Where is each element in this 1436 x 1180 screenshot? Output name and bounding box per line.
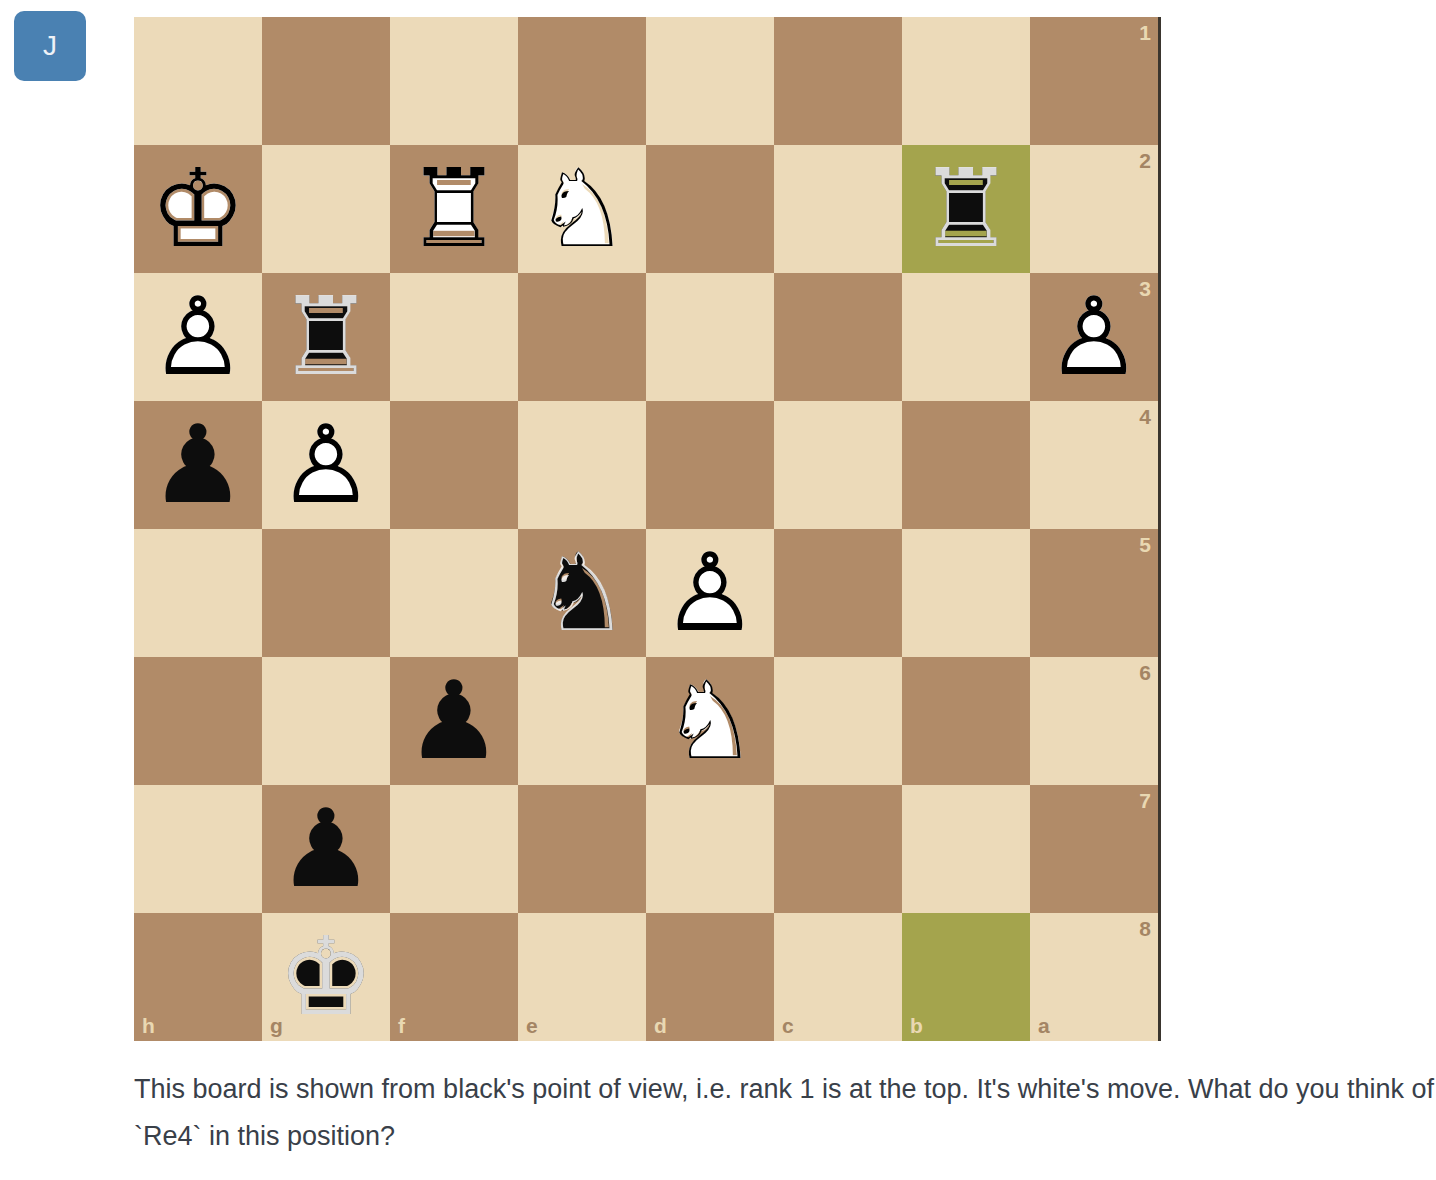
square-a6[interactable]: 6	[1030, 657, 1158, 785]
white-rook-piece[interactable]: ♜♖	[390, 145, 518, 273]
square-c8[interactable]: c	[774, 913, 902, 1041]
square-e2[interactable]: ♞♘	[518, 145, 646, 273]
file-label-c: c	[782, 1015, 794, 1036]
white-pawn-piece[interactable]: ♟♙	[646, 529, 774, 657]
square-d1[interactable]	[646, 17, 774, 145]
square-a8[interactable]: 8a	[1030, 913, 1158, 1041]
black-king-piece[interactable]: ♚♔	[262, 913, 390, 1041]
square-g3[interactable]: ♜♖	[262, 273, 390, 401]
file-label-a: a	[1038, 1015, 1050, 1036]
white-knight-outline: ♘	[646, 657, 774, 785]
avatar-initial: J	[43, 30, 57, 62]
black-rook-piece[interactable]: ♜♖	[262, 273, 390, 401]
square-h7[interactable]	[134, 785, 262, 913]
square-h2[interactable]: ♚♔	[134, 145, 262, 273]
square-a3[interactable]: 3♟♙	[1030, 273, 1158, 401]
square-f2[interactable]: ♜♖	[390, 145, 518, 273]
black-king-outline: ♔	[262, 913, 390, 1041]
square-b6[interactable]	[902, 657, 1030, 785]
square-h1[interactable]	[134, 17, 262, 145]
white-king-piece[interactable]: ♚♔	[134, 145, 262, 273]
square-d5[interactable]: ♟♙	[646, 529, 774, 657]
black-pawn-glyph: ♟	[390, 657, 518, 785]
square-h8[interactable]: h	[134, 913, 262, 1041]
square-e5[interactable]: ♞♘	[518, 529, 646, 657]
rank-label-2: 2	[1139, 150, 1151, 171]
square-e4[interactable]	[518, 401, 646, 529]
user-avatar: J	[14, 11, 86, 81]
black-rook-outline: ♖	[902, 145, 1030, 273]
square-f7[interactable]	[390, 785, 518, 913]
square-b4[interactable]	[902, 401, 1030, 529]
square-e1[interactable]	[518, 17, 646, 145]
square-e6[interactable]	[518, 657, 646, 785]
white-pawn-outline: ♙	[262, 401, 390, 529]
chess-board: 1♚♔♜♖♞♘♜♖2♟♙♜♖3♟♙♟♟♙4♞♘♟♙5♟♞♘6♟7hg♚♔fedc…	[134, 17, 1161, 1041]
white-knight-outline: ♘	[518, 145, 646, 273]
square-a4[interactable]: 4	[1030, 401, 1158, 529]
square-c1[interactable]	[774, 17, 902, 145]
square-f1[interactable]	[390, 17, 518, 145]
file-label-b: b	[910, 1015, 923, 1036]
square-a1[interactable]: 1	[1030, 17, 1158, 145]
square-b5[interactable]	[902, 529, 1030, 657]
square-f6[interactable]: ♟	[390, 657, 518, 785]
square-c5[interactable]	[774, 529, 902, 657]
square-h6[interactable]	[134, 657, 262, 785]
white-pawn-piece[interactable]: ♟♙	[262, 401, 390, 529]
square-a5[interactable]: 5	[1030, 529, 1158, 657]
square-d4[interactable]	[646, 401, 774, 529]
square-b3[interactable]	[902, 273, 1030, 401]
white-pawn-piece[interactable]: ♟♙	[1030, 273, 1158, 401]
file-label-e: e	[526, 1015, 538, 1036]
rank-label-6: 6	[1139, 662, 1151, 683]
rank-label-7: 7	[1139, 790, 1151, 811]
square-b7[interactable]	[902, 785, 1030, 913]
file-label-d: d	[654, 1015, 667, 1036]
black-pawn-piece[interactable]: ♟	[262, 785, 390, 913]
white-pawn-outline: ♙	[134, 273, 262, 401]
square-e3[interactable]	[518, 273, 646, 401]
square-g5[interactable]	[262, 529, 390, 657]
black-pawn-glyph: ♟	[134, 401, 262, 529]
square-d8[interactable]: d	[646, 913, 774, 1041]
rank-label-5: 5	[1139, 534, 1151, 555]
square-d2[interactable]	[646, 145, 774, 273]
square-c2[interactable]	[774, 145, 902, 273]
black-rook-outline: ♖	[262, 273, 390, 401]
file-label-f: f	[398, 1015, 405, 1036]
square-g7[interactable]: ♟	[262, 785, 390, 913]
square-b8[interactable]: b	[902, 913, 1030, 1041]
white-knight-piece[interactable]: ♞♘	[518, 145, 646, 273]
black-pawn-glyph: ♟	[262, 785, 390, 913]
square-d6[interactable]: ♞♘	[646, 657, 774, 785]
square-g8[interactable]: g♚♔	[262, 913, 390, 1041]
file-label-h: h	[142, 1015, 155, 1036]
black-rook-piece[interactable]: ♜♖	[902, 145, 1030, 273]
square-e8[interactable]: e	[518, 913, 646, 1041]
square-g6[interactable]	[262, 657, 390, 785]
square-b2[interactable]: ♜♖	[902, 145, 1030, 273]
square-f5[interactable]	[390, 529, 518, 657]
square-b1[interactable]	[902, 17, 1030, 145]
square-f4[interactable]	[390, 401, 518, 529]
white-rook-outline: ♖	[390, 145, 518, 273]
square-c3[interactable]	[774, 273, 902, 401]
white-knight-piece[interactable]: ♞♘	[646, 657, 774, 785]
white-pawn-outline: ♙	[646, 529, 774, 657]
square-d3[interactable]	[646, 273, 774, 401]
square-g4[interactable]: ♟♙	[262, 401, 390, 529]
square-c7[interactable]	[774, 785, 902, 913]
rank-label-8: 8	[1139, 918, 1151, 939]
square-h3[interactable]: ♟♙	[134, 273, 262, 401]
square-f8[interactable]: f	[390, 913, 518, 1041]
square-f3[interactable]	[390, 273, 518, 401]
square-g2[interactable]	[262, 145, 390, 273]
square-g1[interactable]	[262, 17, 390, 145]
square-a7[interactable]: 7	[1030, 785, 1158, 913]
square-h5[interactable]	[134, 529, 262, 657]
square-c4[interactable]	[774, 401, 902, 529]
square-d7[interactable]	[646, 785, 774, 913]
rank-label-4: 4	[1139, 406, 1151, 427]
black-knight-piece[interactable]: ♞♘	[518, 529, 646, 657]
square-e7[interactable]	[518, 785, 646, 913]
white-pawn-outline: ♙	[1030, 273, 1158, 401]
black-knight-outline: ♘	[518, 529, 646, 657]
square-h4[interactable]: ♟	[134, 401, 262, 529]
square-c6[interactable]	[774, 657, 902, 785]
rank-label-1: 1	[1139, 22, 1151, 43]
square-a2[interactable]: 2	[1030, 145, 1158, 273]
white-king-outline: ♔	[134, 145, 262, 273]
white-pawn-piece[interactable]: ♟♙	[134, 273, 262, 401]
black-pawn-piece[interactable]: ♟	[390, 657, 518, 785]
question-text: This board is shown from black's point o…	[134, 1066, 1436, 1160]
black-pawn-piece[interactable]: ♟	[134, 401, 262, 529]
